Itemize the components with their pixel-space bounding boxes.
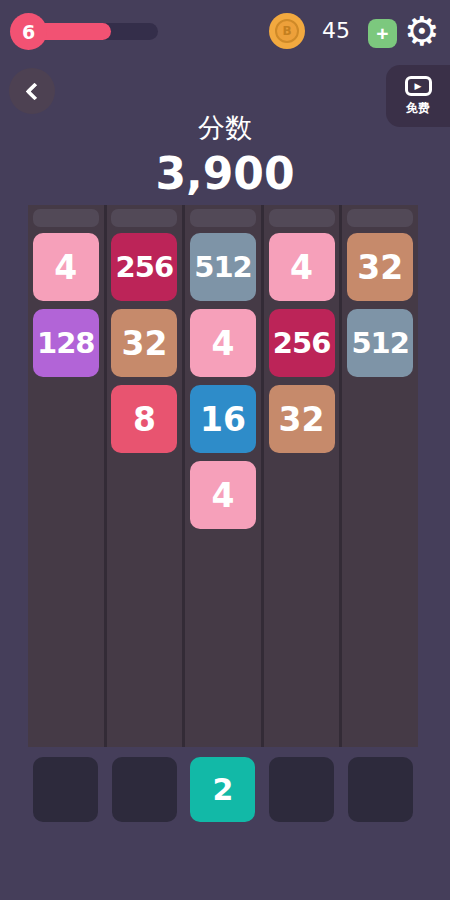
coin-icon: B bbox=[269, 13, 305, 49]
add-coins-button[interactable]: + bbox=[368, 19, 397, 48]
tile: 8 bbox=[111, 385, 177, 453]
board-column-5[interactable]: 32 512 bbox=[342, 205, 418, 747]
level-progress-track bbox=[30, 23, 158, 40]
score-label: 分数 bbox=[0, 110, 450, 146]
column-top-slot bbox=[111, 209, 177, 227]
tray-slot-2 bbox=[112, 757, 177, 822]
board-column-4[interactable]: 4 256 32 bbox=[264, 205, 340, 747]
column-top-slot bbox=[33, 209, 99, 227]
play-triangle-icon: ▶ bbox=[415, 81, 422, 91]
tile: 512 bbox=[190, 233, 256, 301]
incoming-tile[interactable]: 2 bbox=[190, 757, 255, 822]
tray-slot-4 bbox=[269, 757, 334, 822]
back-chevron-icon bbox=[25, 82, 43, 100]
tile: 256 bbox=[111, 233, 177, 301]
tile: 4 bbox=[33, 233, 99, 301]
score-value: 3,900 bbox=[0, 148, 450, 199]
score-block: 分数 3,900 bbox=[0, 110, 450, 199]
tile: 128 bbox=[33, 309, 99, 377]
column-top-slot bbox=[190, 209, 256, 227]
game-board: 4 128 256 32 8 512 4 16 4 4 256 32 32 51… bbox=[28, 205, 418, 747]
video-play-icon: ▶ bbox=[405, 76, 432, 96]
board-column-2[interactable]: 256 32 8 bbox=[107, 205, 183, 747]
settings-gear-icon[interactable]: ⚙ bbox=[400, 7, 444, 55]
tile: 4 bbox=[190, 461, 256, 529]
tile: 512 bbox=[347, 309, 413, 377]
back-button[interactable] bbox=[9, 68, 55, 114]
column-top-slot bbox=[269, 209, 335, 227]
tray-slot-1 bbox=[33, 757, 98, 822]
tile: 32 bbox=[347, 233, 413, 301]
incoming-tile-tray: 2 bbox=[28, 757, 418, 822]
tile: 4 bbox=[269, 233, 335, 301]
tile: 32 bbox=[111, 309, 177, 377]
board-column-3[interactable]: 512 4 16 4 bbox=[185, 205, 261, 747]
level-badge: 6 bbox=[10, 13, 47, 50]
coin-count: 45 bbox=[316, 18, 356, 43]
column-top-slot bbox=[347, 209, 413, 227]
tile: 32 bbox=[269, 385, 335, 453]
tray-slot-5 bbox=[348, 757, 413, 822]
board-column-1[interactable]: 4 128 bbox=[28, 205, 104, 747]
tile: 4 bbox=[190, 309, 256, 377]
coin-glyph: B bbox=[275, 19, 299, 43]
tile: 256 bbox=[269, 309, 335, 377]
tile: 16 bbox=[190, 385, 256, 453]
